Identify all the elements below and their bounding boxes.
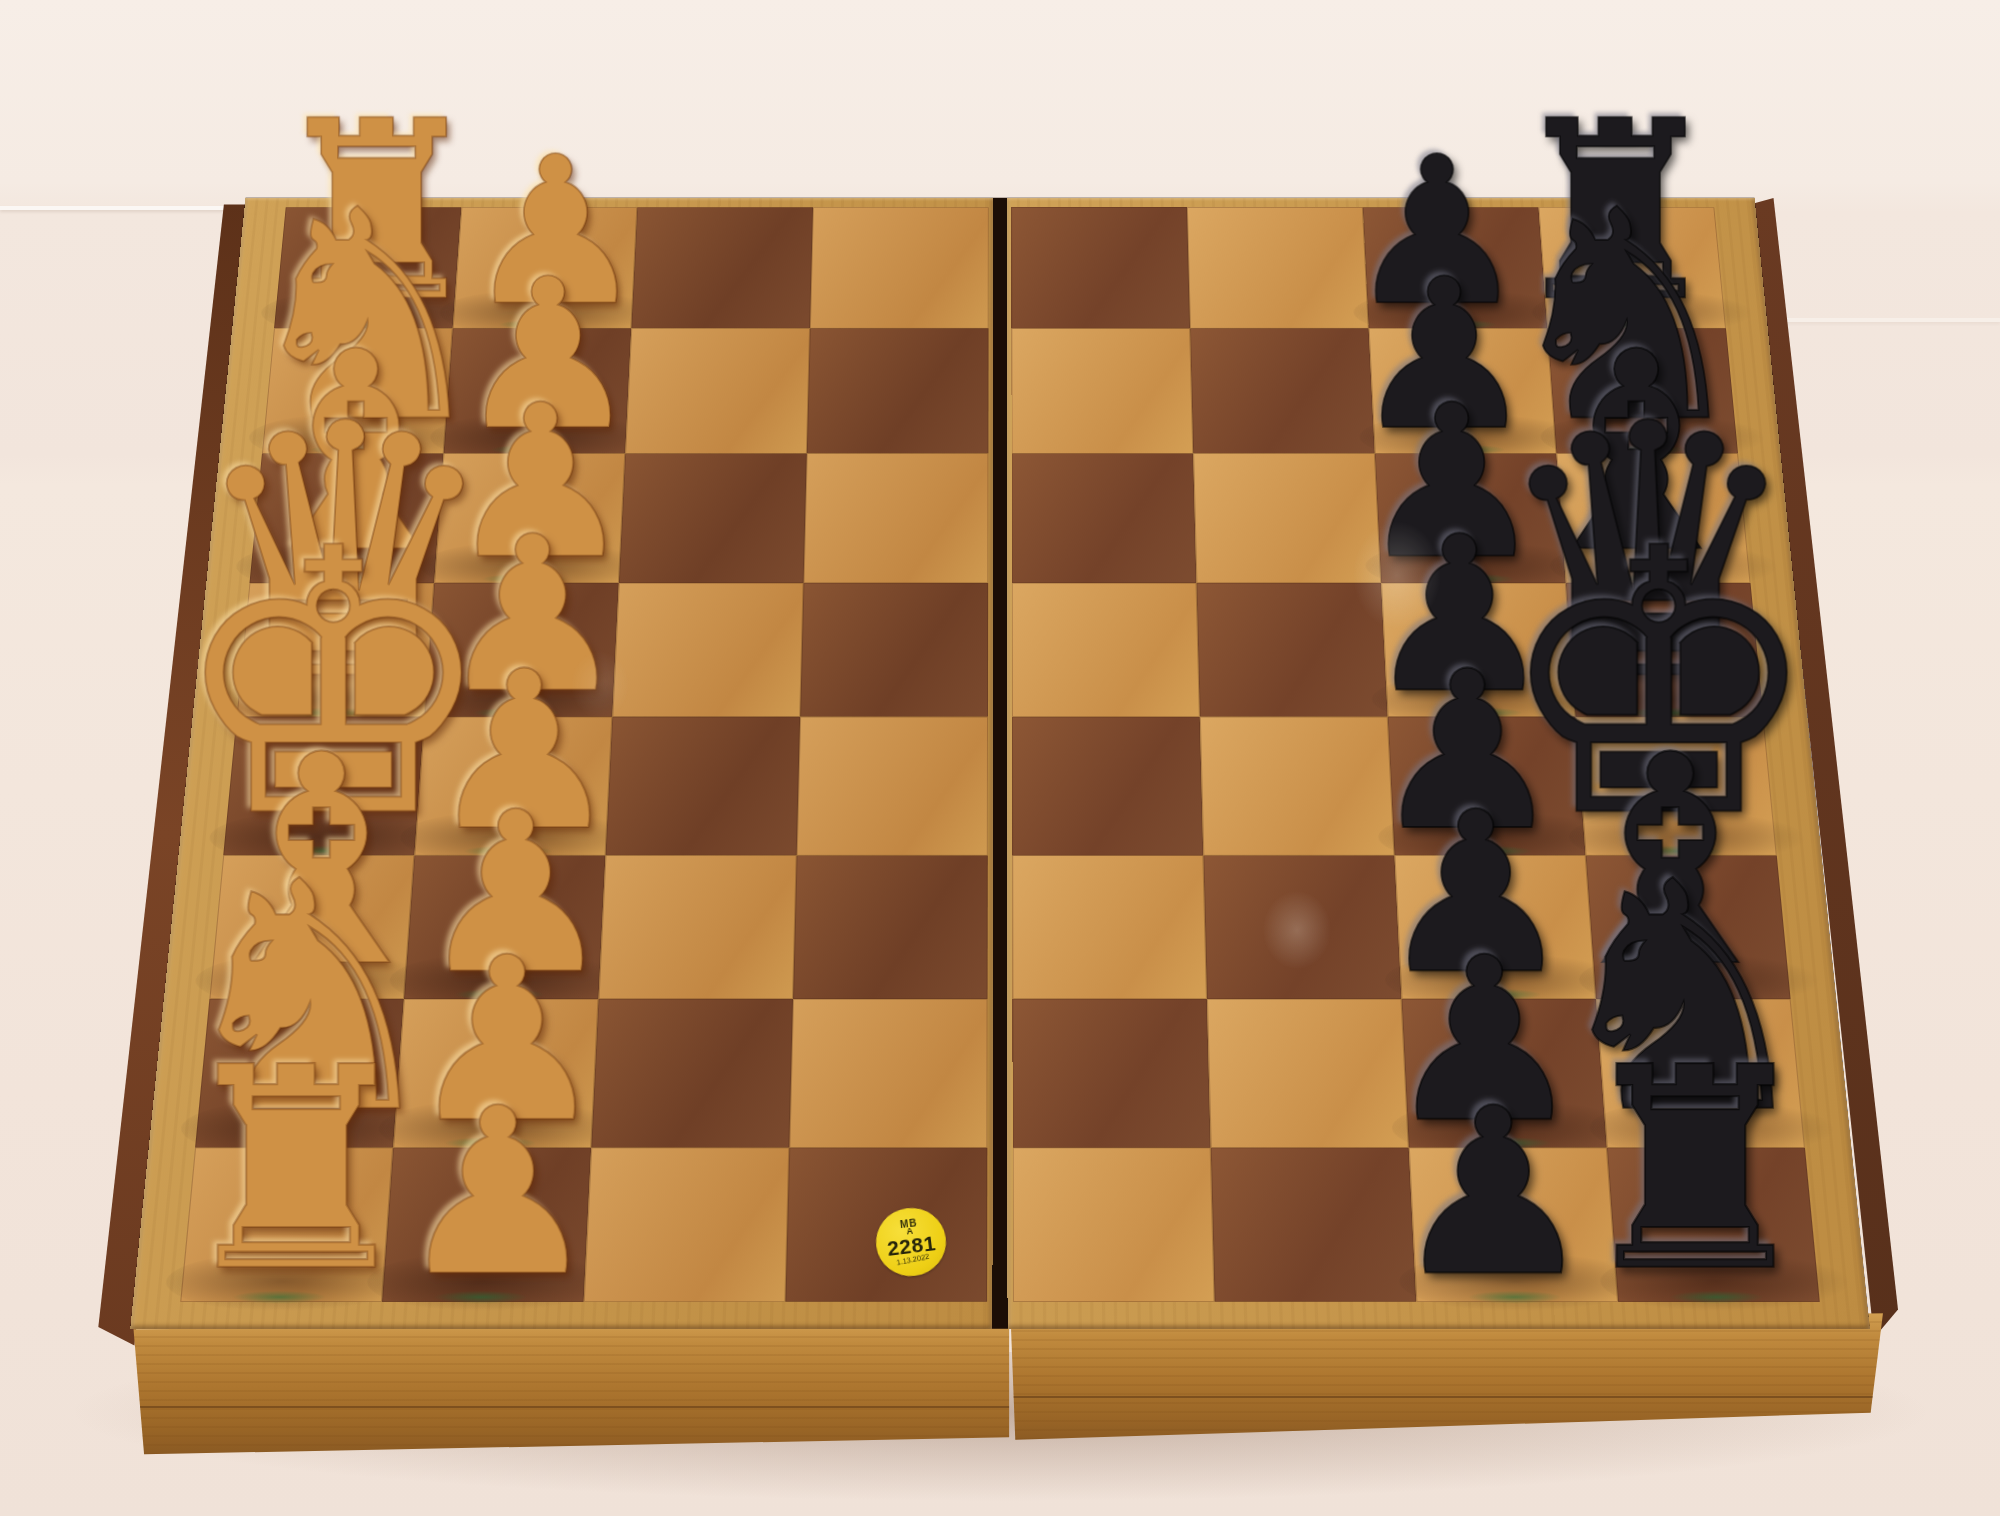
square-c5 [1012, 454, 1197, 583]
piece-white-rook: ♜ [171, 1042, 421, 1299]
box-front-left-half [130, 1318, 1010, 1460]
square-d4 [800, 583, 988, 717]
square-h5 [1013, 1148, 1215, 1302]
square-c4 [804, 454, 989, 583]
square-b4 [807, 328, 989, 453]
varnish-scuff [570, 650, 630, 720]
square-g6 [1207, 999, 1409, 1148]
square-b6 [1190, 328, 1375, 453]
square-d3 [612, 583, 803, 717]
square-g4 [789, 999, 987, 1148]
square-h1: ♜ [180, 1148, 393, 1302]
varnish-scuff [1262, 890, 1332, 970]
board-grid-ranks-5-8: ♟♜♟♞♟♝♟♛♟♚♟♝♟♞♟♜ [1011, 207, 1820, 1302]
square-b3 [625, 328, 810, 453]
board-right-half: ♟♜♟♞♟♝♟♛♟♚♟♝♟♞♟♜ [1007, 198, 1870, 1329]
square-h6 [1211, 1148, 1417, 1302]
square-a4 [810, 207, 989, 328]
box-lid-seam [1010, 1396, 1890, 1398]
square-e6 [1200, 717, 1395, 856]
varnish-scuff [1352, 520, 1442, 630]
square-g5 [1012, 999, 1210, 1148]
square-e3 [606, 717, 801, 856]
piece-black-rook: ♜ [1570, 1042, 1820, 1299]
square-c3 [619, 454, 807, 583]
square-a6 [1187, 207, 1369, 328]
board-grid-ranks-1-4: ♜♟♞♟♝♟♛♟♚♟♝♟♞♟♜♟ [180, 207, 989, 1302]
square-f5 [1012, 855, 1207, 999]
piece-black-pawn: ♟ [1390, 1087, 1597, 1299]
square-e4 [797, 717, 988, 856]
piece-white-pawn: ♟ [395, 1087, 602, 1299]
square-f3 [598, 855, 796, 999]
square-h3 [584, 1148, 790, 1302]
backdrop-seam-right [1758, 318, 2000, 322]
square-a5 [1011, 207, 1190, 328]
square-e5 [1012, 717, 1203, 856]
square-g3 [591, 999, 793, 1148]
square-a3 [631, 207, 813, 328]
box-lid-seam [130, 1406, 1010, 1408]
board-left-half: ♜♟♞♟♝♟♛♟♚♟♝♟♞♟♜♟ [130, 198, 993, 1329]
square-b5 [1011, 328, 1193, 453]
square-f4 [793, 855, 988, 999]
chess-board: ♜♟♞♟♝♟♛♟♚♟♝♟♞♟♜♟ ♟♜♟♞♟♝♟♛♟♚♟♝♟♞♟♜ [130, 198, 1869, 1329]
photo-scene: ♜♟♞♟♝♟♛♟♚♟♝♟♞♟♜♟ ♟♜♟♞♟♝♟♛♟♚♟♝♟♞♟♜ MB A 2… [0, 0, 2000, 1516]
square-h8: ♜ [1607, 1148, 1820, 1302]
square-d5 [1012, 583, 1200, 717]
